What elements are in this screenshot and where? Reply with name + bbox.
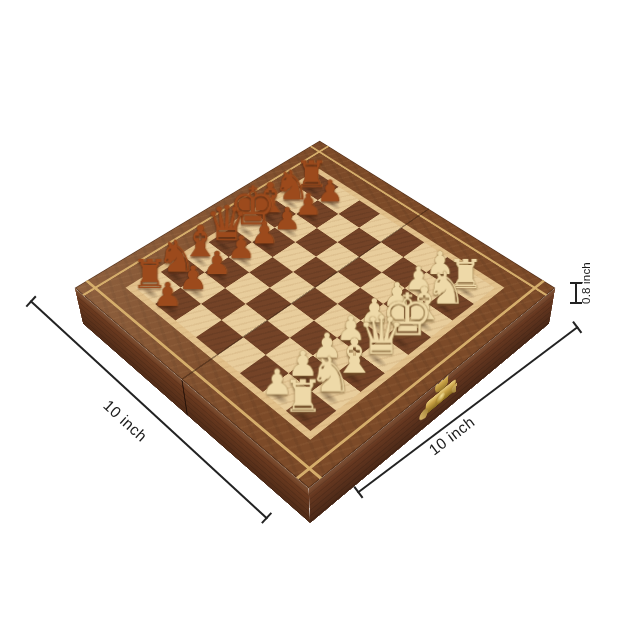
clasp-wing — [418, 407, 430, 422]
product-photo: ♜♟♟♜♞♟♟♞♝♟♟♝♚♟♟♚♛♟♟♛♝♟♟♝♞♟♟♞♜♟♟♜ 10 inch… — [0, 0, 625, 625]
dimension-line-thickness — [575, 283, 577, 303]
dimension-label-thickness: 0.8 inch — [580, 249, 592, 317]
chessboard-scene: ♜♟♟♜♞♟♟♞♝♟♟♝♚♟♟♚♛♟♟♛♝♟♟♝♞♟♟♞♜♟♟♜ — [0, 0, 625, 625]
white-rook: ♜ — [283, 374, 319, 419]
black-pawn: ♟ — [151, 278, 183, 311]
